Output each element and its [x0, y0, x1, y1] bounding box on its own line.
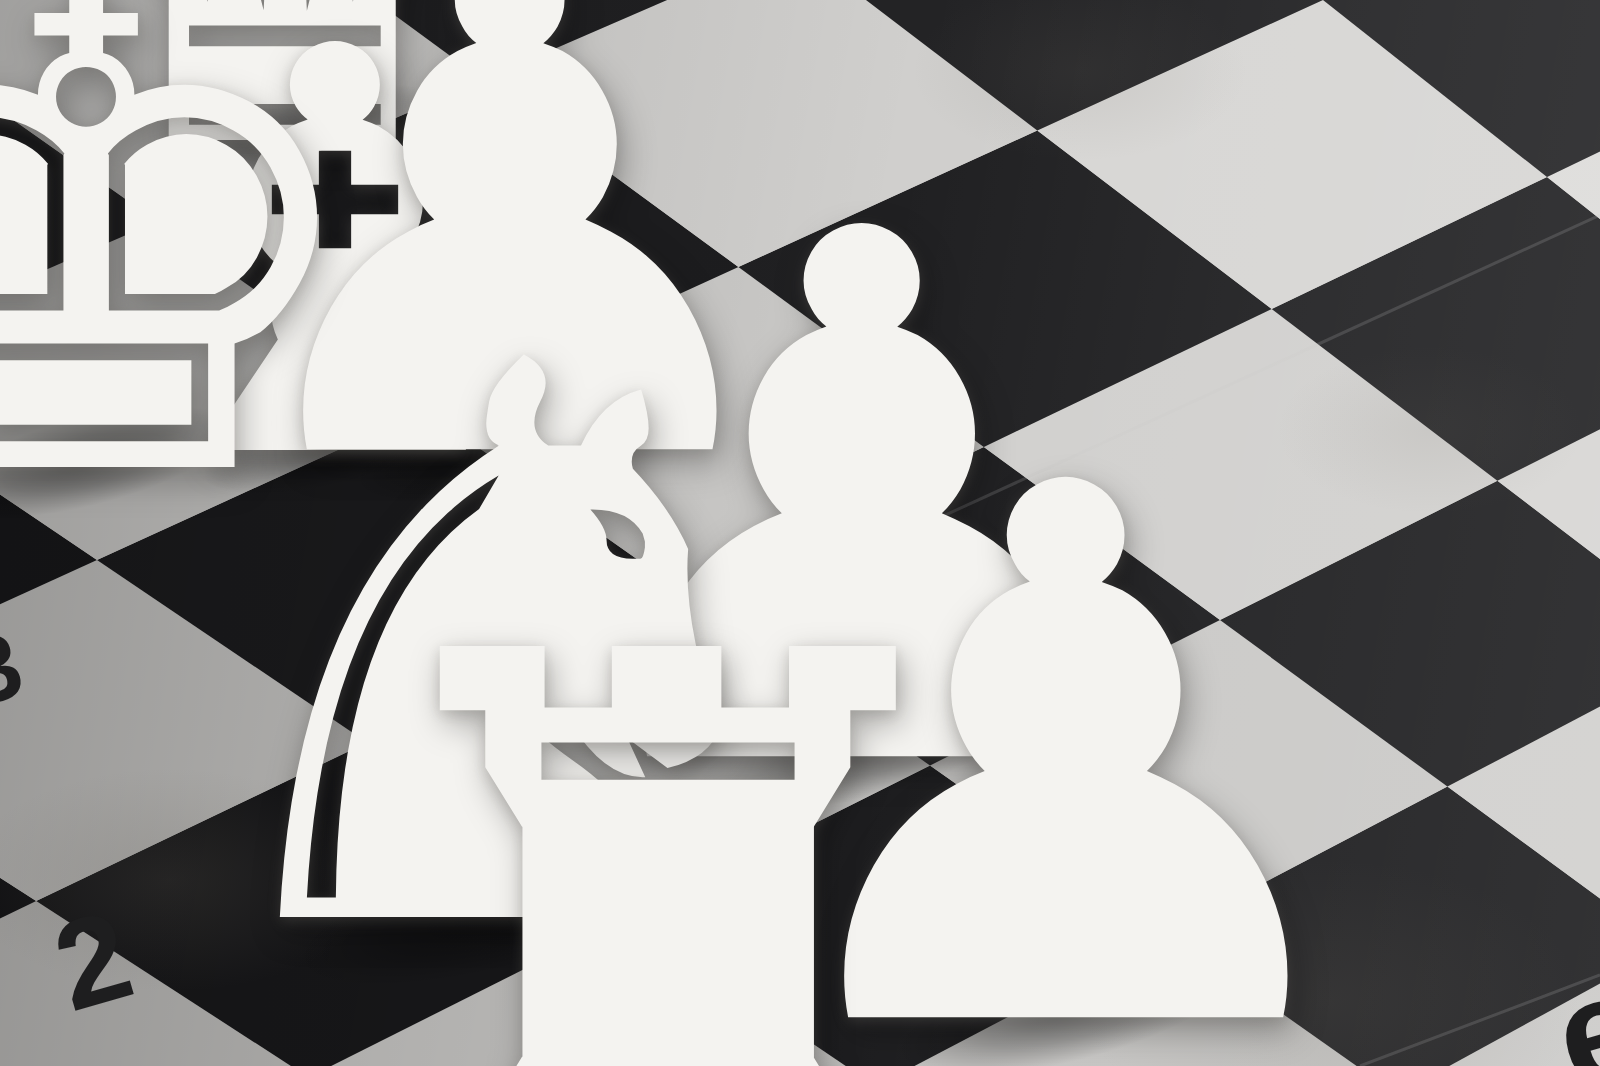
- giant-chess-board-photo: 3 2 e ♛♝♟♚♟♞♟♜: [0, 0, 1600, 1066]
- pieces-layer: ♛♝♟♚♟♞♟♜: [0, 0, 1600, 1066]
- white-rook[interactable]: ♜: [263, 633, 1073, 1066]
- rook-icon: ♜: [305, 633, 1031, 1066]
